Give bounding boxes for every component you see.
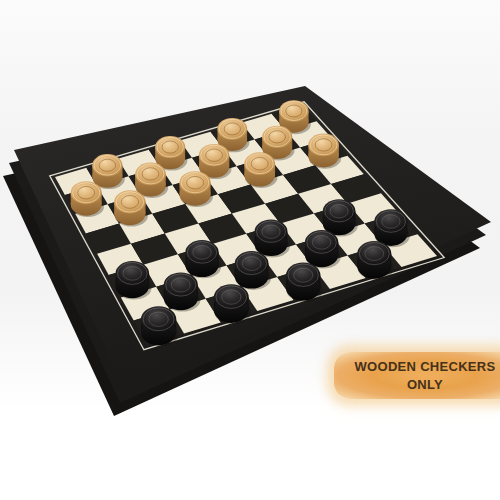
piece-top [357, 241, 391, 266]
piece-top [155, 136, 185, 158]
piece-top [114, 190, 145, 213]
checker-piece-dark [185, 240, 221, 278]
checkers-board [0, 0, 500, 500]
checker-piece-light [135, 163, 168, 198]
piece-top [199, 144, 229, 166]
checker-piece-dark [164, 272, 201, 311]
checker-piece-light [180, 171, 213, 207]
checker-piece-light [308, 134, 341, 169]
checker-piece-dark [116, 261, 152, 299]
piece-top [308, 134, 339, 157]
product-photo: WOODEN CHECKERS ONLY [0, 0, 500, 500]
checker-piece-dark [357, 241, 393, 280]
piece-top [214, 284, 249, 310]
piece-top [286, 263, 320, 288]
piece-top [185, 240, 218, 265]
piece-top [141, 306, 176, 332]
checker-piece-dark [255, 220, 290, 258]
piece-top [244, 152, 275, 175]
wooden-checkers-badge: WOODEN CHECKERS ONLY [334, 352, 500, 399]
piece-top [218, 118, 248, 140]
piece-top [262, 126, 292, 148]
piece-top [235, 251, 269, 276]
piece-top [305, 230, 338, 255]
piece-top [374, 209, 407, 233]
checker-piece-dark [214, 284, 251, 324]
piece-top [92, 154, 122, 176]
piece-top [180, 171, 211, 194]
checker-piece-dark [235, 251, 271, 290]
badge-line-2: ONLY [407, 376, 443, 394]
checker-piece-light [244, 152, 277, 188]
checker-piece-light [71, 181, 104, 217]
checker-piece-light [114, 190, 148, 226]
checker-piece-dark [286, 263, 323, 302]
piece-top [116, 261, 150, 286]
piece-top [71, 181, 102, 204]
piece-top [164, 272, 198, 297]
piece-top [135, 163, 166, 186]
badge-line-1: WOODEN CHECKERS [354, 358, 495, 376]
piece-top [323, 199, 356, 223]
checker-piece-dark [374, 209, 410, 247]
piece-top [279, 100, 308, 122]
piece-top [255, 220, 288, 244]
checker-piece-dark [305, 230, 341, 268]
checker-piece-light [92, 154, 125, 189]
checker-piece-dark [141, 306, 179, 346]
